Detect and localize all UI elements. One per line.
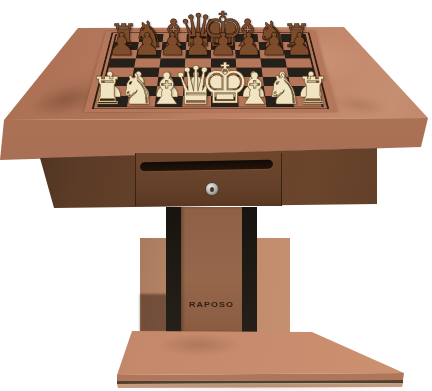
square-g6: [259, 50, 285, 58]
square-g5: [260, 59, 286, 68]
square-h2: [290, 86, 319, 96]
square-c8: [163, 34, 187, 42]
square-f8: [234, 34, 258, 42]
square-a6: [111, 50, 137, 58]
pedestal-column: RAPOSO: [166, 207, 257, 332]
square-a5: [109, 59, 136, 68]
square-d1: [183, 96, 211, 106]
square-g7: [258, 42, 283, 50]
pedestal-trim-right: [242, 207, 257, 332]
square-a3: [104, 77, 132, 87]
square-e1: [211, 96, 239, 106]
square-h3: [288, 77, 316, 87]
square-d4: [185, 67, 211, 76]
square-f1: [238, 96, 266, 106]
chessboard: [84, 31, 337, 112]
square-c7: [162, 42, 187, 50]
square-e5: [211, 59, 236, 68]
square-g4: [261, 67, 288, 76]
square-f2: [237, 86, 265, 96]
square-g3: [262, 77, 290, 87]
square-g2: [264, 86, 292, 96]
square-d2: [183, 86, 210, 96]
square-a2: [102, 86, 131, 96]
square-d8: [187, 34, 211, 42]
square-c3: [157, 77, 184, 87]
square-h7: [282, 42, 308, 50]
square-f5: [235, 59, 261, 68]
square-b3: [131, 77, 159, 87]
square-e3: [211, 77, 238, 87]
brand-logo: RAPOSO: [181, 300, 242, 309]
square-h6: [284, 50, 310, 58]
square-b8: [139, 34, 164, 42]
square-e8: [211, 34, 235, 42]
square-b5: [134, 59, 160, 68]
square-d7: [186, 42, 210, 50]
square-b6: [136, 50, 162, 58]
board-inner-frame: [97, 34, 324, 108]
chessboard-surface: [84, 31, 337, 112]
square-f3: [236, 77, 263, 87]
square-a8: [115, 34, 140, 42]
square-a7: [113, 42, 139, 50]
square-a1: [99, 96, 129, 106]
pedestal-panel: RAPOSO: [181, 207, 242, 332]
square-e6: [211, 50, 236, 58]
square-b2: [129, 86, 157, 96]
floor-shadow: [112, 383, 412, 391]
square-c2: [156, 86, 184, 96]
square-h8: [281, 34, 306, 42]
square-c6: [161, 50, 186, 58]
square-g1: [265, 96, 294, 106]
square-b4: [133, 67, 160, 76]
square-f6: [235, 50, 260, 58]
drawer-knob: [205, 182, 219, 196]
pedestal-trim-left: [166, 207, 181, 332]
square-a4: [107, 67, 135, 76]
square-h4: [287, 67, 315, 76]
board-squares-grid: [99, 34, 321, 106]
square-b7: [137, 42, 162, 50]
square-d6: [186, 50, 211, 58]
square-f7: [234, 42, 259, 50]
square-c5: [160, 59, 186, 68]
chess-table-photo: RAPOSO ♜♞♝♛♚♝♞♜♟♟♟♟♟♟♟♟♟♟♟♟♟♟♟♟♜♞♝♛♚♝♞♜: [0, 0, 432, 391]
square-e7: [211, 42, 235, 50]
square-d3: [184, 77, 211, 87]
square-e4: [211, 67, 237, 76]
square-d5: [185, 59, 210, 68]
square-h5: [285, 59, 312, 68]
square-b1: [127, 96, 156, 106]
square-g8: [257, 34, 282, 42]
square-c1: [155, 96, 183, 106]
square-h1: [292, 96, 322, 106]
square-f4: [236, 67, 263, 76]
square-e2: [211, 86, 238, 96]
square-c4: [159, 67, 186, 76]
board-outer-frame: [92, 32, 330, 109]
